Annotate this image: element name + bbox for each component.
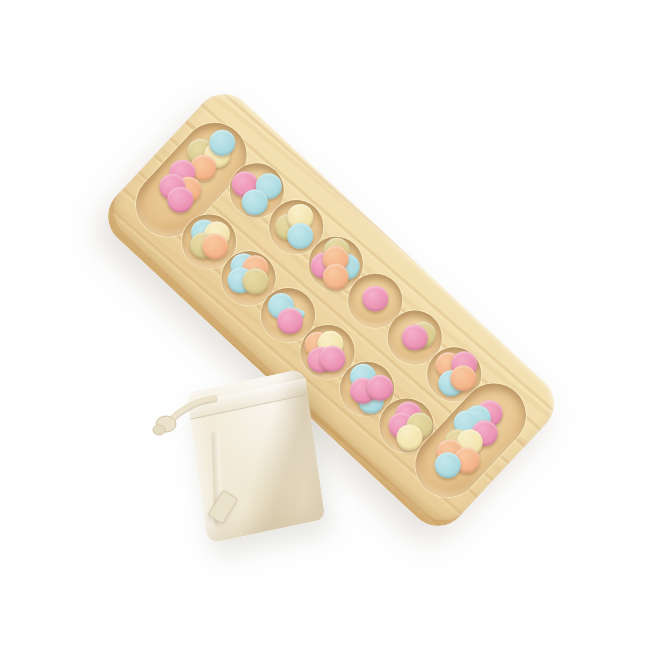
piece-disc-pink [167,187,193,213]
piece-disc-cream [396,425,422,451]
bag-hem [188,378,308,420]
drawstring-bag [187,368,326,544]
piece-disc-orange [323,264,349,290]
drawstring-knot [153,416,176,435]
piece-disc-pink [362,286,388,312]
product-photo-scene [0,0,660,660]
piece-disc-blue [242,189,268,215]
piece-disc-pink [367,375,393,401]
piece-disc-blue [435,452,461,478]
piece-disc-pink [402,324,428,350]
mancala-board [96,82,567,539]
piece-disc-pink [277,308,303,334]
store-lower-discs [439,374,503,506]
piece-disc-blue [209,130,235,156]
